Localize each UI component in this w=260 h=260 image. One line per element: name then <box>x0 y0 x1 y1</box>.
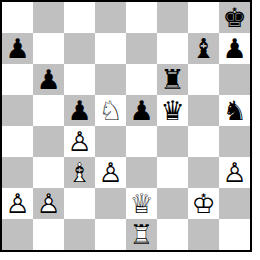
square-e8[interactable] <box>126 2 157 33</box>
square-c4[interactable]: ♟♙ <box>64 126 95 157</box>
square-a7[interactable]: ♟ <box>2 33 33 64</box>
square-a2[interactable]: ♟♙ <box>2 188 33 219</box>
square-b6[interactable]: ♟ <box>33 64 64 95</box>
square-d8[interactable] <box>95 2 126 33</box>
black-pawn-piece[interactable]: ♟ <box>33 64 64 95</box>
square-g1[interactable] <box>188 219 219 250</box>
square-f8[interactable] <box>157 2 188 33</box>
square-h3[interactable]: ♟♙ <box>219 157 250 188</box>
square-d3[interactable]: ♟♙ <box>95 157 126 188</box>
square-e7[interactable] <box>126 33 157 64</box>
black-rook-piece[interactable]: ♜ <box>157 64 188 95</box>
square-g7[interactable]: ♝ <box>188 33 219 64</box>
white-pawn-piece[interactable]: ♟♙ <box>64 126 95 157</box>
white-bishop-piece[interactable]: ♝♗ <box>64 157 95 188</box>
square-a6[interactable] <box>2 64 33 95</box>
black-queen-piece[interactable]: ♛ <box>157 95 188 126</box>
white-pawn-icon: ♙ <box>2 188 33 219</box>
square-c2[interactable] <box>64 188 95 219</box>
white-king-piece[interactable]: ♚♔ <box>188 188 219 219</box>
black-bishop-piece[interactable]: ♝ <box>188 33 219 64</box>
square-d2[interactable] <box>95 188 126 219</box>
square-c5[interactable]: ♟ <box>64 95 95 126</box>
white-pawn-icon: ♙ <box>64 126 95 157</box>
square-d5[interactable]: ♞♘ <box>95 95 126 126</box>
square-c1[interactable] <box>64 219 95 250</box>
square-b3[interactable] <box>33 157 64 188</box>
square-h4[interactable] <box>219 126 250 157</box>
white-queen-icon: ♕ <box>126 188 157 219</box>
white-queen-piece[interactable]: ♛♕ <box>126 188 157 219</box>
square-h8[interactable]: ♚ <box>219 2 250 33</box>
square-e6[interactable] <box>126 64 157 95</box>
square-e3[interactable] <box>126 157 157 188</box>
black-pawn-icon: ♟ <box>2 33 33 64</box>
square-f5[interactable]: ♛ <box>157 95 188 126</box>
black-pawn-icon: ♟ <box>64 95 95 126</box>
black-queen-icon: ♛ <box>157 95 188 126</box>
chess-board-frame: ♚♟♝♟♟♜♟♞♘♟♛♞♟♙♝♗♟♙♟♙♟♙♟♙♛♕♚♔♜♖ <box>0 0 252 252</box>
square-c3[interactable]: ♝♗ <box>64 157 95 188</box>
black-pawn-icon: ♟ <box>126 95 157 126</box>
square-e5[interactable]: ♟ <box>126 95 157 126</box>
square-e4[interactable] <box>126 126 157 157</box>
square-b7[interactable] <box>33 33 64 64</box>
square-f6[interactable]: ♜ <box>157 64 188 95</box>
white-rook-icon: ♖ <box>126 219 157 250</box>
black-pawn-piece[interactable]: ♟ <box>2 33 33 64</box>
black-pawn-icon: ♟ <box>219 33 250 64</box>
white-knight-piece[interactable]: ♞♘ <box>95 95 126 126</box>
square-h7[interactable]: ♟ <box>219 33 250 64</box>
white-pawn-icon: ♙ <box>33 188 64 219</box>
square-b5[interactable] <box>33 95 64 126</box>
square-a5[interactable] <box>2 95 33 126</box>
square-d6[interactable] <box>95 64 126 95</box>
white-king-icon: ♔ <box>188 188 219 219</box>
black-pawn-icon: ♟ <box>33 64 64 95</box>
square-d7[interactable] <box>95 33 126 64</box>
square-h6[interactable] <box>219 64 250 95</box>
square-a4[interactable] <box>2 126 33 157</box>
square-h5[interactable]: ♞ <box>219 95 250 126</box>
square-c7[interactable] <box>64 33 95 64</box>
square-f7[interactable] <box>157 33 188 64</box>
square-f2[interactable] <box>157 188 188 219</box>
square-g8[interactable] <box>188 2 219 33</box>
square-a3[interactable] <box>2 157 33 188</box>
white-pawn-icon: ♙ <box>219 157 250 188</box>
black-pawn-piece[interactable]: ♟ <box>64 95 95 126</box>
square-g3[interactable] <box>188 157 219 188</box>
black-pawn-piece[interactable]: ♟ <box>126 95 157 126</box>
square-g6[interactable] <box>188 64 219 95</box>
square-c8[interactable] <box>64 2 95 33</box>
square-a1[interactable] <box>2 219 33 250</box>
square-b8[interactable] <box>33 2 64 33</box>
black-rook-icon: ♜ <box>157 64 188 95</box>
chess-board: ♚♟♝♟♟♜♟♞♘♟♛♞♟♙♝♗♟♙♟♙♟♙♟♙♛♕♚♔♜♖ <box>2 2 250 250</box>
black-pawn-piece[interactable]: ♟ <box>219 33 250 64</box>
white-knight-icon: ♘ <box>95 95 126 126</box>
square-a8[interactable] <box>2 2 33 33</box>
black-bishop-icon: ♝ <box>188 33 219 64</box>
square-f4[interactable] <box>157 126 188 157</box>
white-bishop-icon: ♗ <box>64 157 95 188</box>
square-f1[interactable] <box>157 219 188 250</box>
black-knight-piece[interactable]: ♞ <box>219 95 250 126</box>
square-g5[interactable] <box>188 95 219 126</box>
white-pawn-piece[interactable]: ♟♙ <box>219 157 250 188</box>
white-rook-piece[interactable]: ♜♖ <box>126 219 157 250</box>
white-pawn-piece[interactable]: ♟♙ <box>33 188 64 219</box>
square-h2[interactable] <box>219 188 250 219</box>
square-b2[interactable]: ♟♙ <box>33 188 64 219</box>
square-d4[interactable] <box>95 126 126 157</box>
square-d1[interactable] <box>95 219 126 250</box>
black-king-icon: ♚ <box>219 2 250 33</box>
black-knight-icon: ♞ <box>219 95 250 126</box>
white-pawn-icon: ♙ <box>95 157 126 188</box>
white-pawn-piece[interactable]: ♟♙ <box>95 157 126 188</box>
square-e1[interactable]: ♜♖ <box>126 219 157 250</box>
black-king-piece[interactable]: ♚ <box>219 2 250 33</box>
square-g2[interactable]: ♚♔ <box>188 188 219 219</box>
square-e2[interactable]: ♛♕ <box>126 188 157 219</box>
square-h1[interactable] <box>219 219 250 250</box>
square-c6[interactable] <box>64 64 95 95</box>
square-b1[interactable] <box>33 219 64 250</box>
square-f3[interactable] <box>157 157 188 188</box>
square-g4[interactable] <box>188 126 219 157</box>
white-pawn-piece[interactable]: ♟♙ <box>2 188 33 219</box>
square-b4[interactable] <box>33 126 64 157</box>
